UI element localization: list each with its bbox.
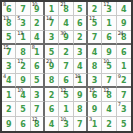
- cell-r3c2[interactable]: 131: [16, 31, 30, 45]
- cell-r2c9[interactable]: 9: [117, 16, 131, 30]
- cell-r3c1[interactable]: 5: [2, 31, 16, 45]
- cell-value: 6: [77, 18, 83, 28]
- cell-value: 4: [34, 32, 40, 42]
- cage-sum: 10: [103, 59, 108, 64]
- cell-r3c3[interactable]: 4: [31, 31, 45, 45]
- cell-value: 8: [49, 75, 55, 85]
- cage-sum: 23: [46, 59, 51, 64]
- cell-value: 3: [20, 18, 26, 28]
- cell-value: 5: [77, 4, 83, 14]
- cell-value: 6: [63, 75, 69, 85]
- cell-r5c4[interactable]: 239: [45, 59, 59, 73]
- cell-value: 6: [34, 61, 40, 71]
- cell-r8c1[interactable]: 2: [2, 102, 16, 116]
- cage-sum: 17: [17, 59, 22, 64]
- cell-r5c5[interactable]: 7: [59, 59, 73, 73]
- cell-r2c6[interactable]: 6: [74, 16, 88, 30]
- cell-value: 4: [6, 75, 12, 85]
- cage-sum: 15: [89, 88, 94, 93]
- cell-value: 9: [92, 104, 98, 114]
- cell-value: 4: [106, 104, 112, 114]
- cell-r2c5[interactable]: 4: [59, 16, 73, 30]
- cell-r7c2[interactable]: 104: [16, 88, 30, 102]
- cell-r7c1[interactable]: 1: [2, 88, 16, 102]
- cell-r9c3[interactable]: 128: [31, 117, 45, 131]
- cell-value: 9: [20, 75, 26, 85]
- cell-value: 2: [49, 90, 55, 100]
- cage-sum: 17: [103, 2, 108, 7]
- cell-r6c1[interactable]: 44: [2, 74, 16, 88]
- cell-r6c7[interactable]: 3: [88, 74, 102, 88]
- cell-value: 2: [92, 4, 98, 14]
- cell-r8c7[interactable]: 9: [88, 102, 102, 116]
- cell-r6c2[interactable]: 9: [16, 74, 30, 88]
- cell-r9c5[interactable]: 103: [59, 117, 73, 131]
- cell-r2c8[interactable]: 1: [102, 16, 116, 30]
- cell-r7c7[interactable]: 156: [88, 88, 102, 102]
- cell-r8c8[interactable]: 4: [102, 102, 116, 116]
- cell-value: 1: [63, 104, 69, 114]
- cell-value: 6: [6, 4, 12, 14]
- cell-r5c7[interactable]: 8: [88, 59, 102, 73]
- cell-value: 3: [92, 75, 98, 85]
- cell-value: 9: [77, 90, 83, 100]
- cell-r5c2[interactable]: 172: [16, 59, 30, 73]
- cell-r6c5[interactable]: 6: [59, 74, 73, 88]
- cell-r7c5[interactable]: 125: [59, 88, 73, 102]
- cell-value: 2: [6, 104, 12, 114]
- cell-r6c8[interactable]: 7: [102, 74, 116, 88]
- cell-r4c7[interactable]: 4: [88, 45, 102, 59]
- cell-r6c9[interactable]: 92: [117, 74, 131, 88]
- killer-sudoku-board: 8671091218521734138532147461751951314330…: [0, 0, 133, 133]
- cell-r8c5[interactable]: 1: [59, 102, 73, 116]
- cell-r5c6[interactable]: 4: [74, 59, 88, 73]
- cell-r2c3[interactable]: 2: [31, 16, 45, 30]
- cage-sum: 7: [118, 102, 121, 107]
- cage-sum: 10: [75, 74, 80, 79]
- cell-value: 7: [77, 119, 83, 129]
- cell-value: 7: [34, 104, 40, 114]
- cell-value: 3: [77, 47, 83, 57]
- cage-sum: 4: [3, 74, 6, 79]
- cell-r9c9[interactable]: 5: [117, 117, 131, 131]
- cell-r3c4[interactable]: 3: [45, 31, 59, 45]
- cell-r4c8[interactable]: 9: [102, 45, 116, 59]
- cell-value: 8: [20, 47, 26, 57]
- cell-value: 3: [34, 90, 40, 100]
- cage-sum: 12: [32, 117, 37, 122]
- cell-r9c4[interactable]: 4: [45, 117, 59, 131]
- cage-sum: 24: [118, 31, 123, 36]
- cell-r8c2[interactable]: 5: [16, 102, 30, 116]
- cage-sum: 17: [89, 16, 94, 21]
- cell-r7c3[interactable]: 3: [31, 88, 45, 102]
- cell-value: 3: [121, 104, 127, 114]
- cell-r1c1[interactable]: 86: [2, 2, 16, 16]
- cell-r4c5[interactable]: 2: [59, 45, 73, 59]
- cell-r4c6[interactable]: 3: [74, 45, 88, 59]
- cell-r8c6[interactable]: 8: [74, 102, 88, 116]
- cell-r9c8[interactable]: 2: [102, 117, 116, 131]
- cell-r5c8[interactable]: 105: [102, 59, 116, 73]
- cell-value: 9: [6, 119, 12, 129]
- cell-value: 2: [34, 18, 40, 28]
- cell-r3c5[interactable]: 309: [59, 31, 73, 45]
- cell-r9c2[interactable]: 6: [16, 117, 30, 131]
- cell-value: 5: [121, 119, 127, 129]
- cell-value: 6: [49, 104, 55, 114]
- cell-r4c9[interactable]: 6: [117, 45, 131, 59]
- cage-sum: 8: [3, 2, 6, 7]
- cell-value: 9: [106, 47, 112, 57]
- cell-value: 7: [63, 61, 69, 71]
- cage-sum: 5: [17, 16, 20, 21]
- cell-value: 1: [106, 18, 112, 28]
- cell-r6c3[interactable]: 5: [31, 74, 45, 88]
- cell-value: 7: [20, 4, 26, 14]
- cage-sum: 30: [60, 31, 65, 36]
- cage-sum: 3: [89, 117, 92, 122]
- cell-r2c7[interactable]: 175: [88, 16, 102, 30]
- cell-r2c2[interactable]: 53: [16, 16, 30, 30]
- cell-r5c9[interactable]: 1: [117, 59, 131, 73]
- cell-r1c6[interactable]: 5: [74, 2, 88, 16]
- cell-value: 1: [6, 90, 12, 100]
- cell-r9c7[interactable]: 31: [88, 117, 102, 131]
- cell-value: 6: [20, 119, 26, 129]
- cell-value: 8: [92, 61, 98, 71]
- cage-sum: 10: [60, 117, 65, 122]
- cell-r4c1[interactable]: 157: [2, 45, 16, 59]
- cell-value: 4: [49, 119, 55, 129]
- cell-r3c6[interactable]: 2: [74, 31, 88, 45]
- cell-value: 1: [49, 4, 55, 14]
- cell-r6c4[interactable]: 8: [45, 74, 59, 88]
- cell-value: 2: [63, 47, 69, 57]
- cage-sum: 15: [3, 45, 8, 50]
- cell-value: 5: [20, 104, 26, 114]
- cell-r6c6[interactable]: 101: [74, 74, 88, 88]
- cage-sum: 10: [32, 2, 37, 7]
- cell-value: 3: [49, 32, 55, 42]
- cell-r2c4[interactable]: 147: [45, 16, 59, 30]
- cell-r1c3[interactable]: 109: [31, 2, 45, 16]
- cage-sum: 8: [32, 45, 35, 50]
- cell-r5c1[interactable]: 3: [2, 59, 16, 73]
- cell-r3c7[interactable]: 7: [88, 31, 102, 45]
- cell-r8c9[interactable]: 73: [117, 102, 131, 116]
- cell-value: 4: [121, 4, 127, 14]
- cell-value: 7: [92, 32, 98, 42]
- cell-value: 2: [121, 75, 127, 85]
- cell-value: 4: [63, 18, 69, 28]
- cell-r1c5[interactable]: 218: [59, 2, 73, 16]
- cell-r3c9[interactable]: 248: [117, 31, 131, 45]
- cell-value: 6: [121, 47, 127, 57]
- cell-r3c8[interactable]: 6: [102, 31, 116, 45]
- cell-value: 6: [106, 32, 112, 42]
- cell-r7c4[interactable]: 2: [45, 88, 59, 102]
- cell-r1c4[interactable]: 1: [45, 2, 59, 16]
- cage-sum: 13: [17, 31, 22, 36]
- cell-r7c9[interactable]: 7: [117, 88, 131, 102]
- cell-value: 5: [6, 32, 12, 42]
- cell-value: 9: [121, 18, 127, 28]
- cell-value: 4: [77, 61, 83, 71]
- cell-value: 8: [77, 104, 83, 114]
- cell-r4c3[interactable]: 81: [31, 45, 45, 59]
- cell-value: 1: [34, 47, 40, 57]
- cell-value: 1: [92, 119, 98, 129]
- cage-sum: 12: [60, 88, 65, 93]
- cell-value: 4: [92, 47, 98, 57]
- cage-sum: 13: [3, 16, 8, 21]
- cell-r9c1[interactable]: 9: [2, 117, 16, 131]
- cell-value: 7: [106, 75, 112, 85]
- cell-r1c7[interactable]: 2: [88, 2, 102, 16]
- cell-value: 1: [121, 61, 127, 71]
- cell-r4c2[interactable]: 8: [16, 45, 30, 59]
- cell-r5c3[interactable]: 6: [31, 59, 45, 73]
- cell-value: 2: [77, 32, 83, 42]
- cell-value: 7: [121, 90, 127, 100]
- cell-r8c3[interactable]: 7: [31, 102, 45, 116]
- cage-sum: 9: [118, 74, 121, 79]
- cell-r9c6[interactable]: 7: [74, 117, 88, 131]
- cage-sum: 10: [17, 88, 22, 93]
- cell-r1c9[interactable]: 4: [117, 2, 131, 16]
- cell-r4c4[interactable]: 5: [45, 45, 59, 59]
- cage-sum: 21: [60, 2, 65, 7]
- cell-value: 2: [106, 119, 112, 129]
- cell-r7c6[interactable]: 9: [74, 88, 88, 102]
- cage-sum: 14: [46, 16, 51, 21]
- cage-sum: 12: [103, 88, 108, 93]
- cell-r8c4[interactable]: 6: [45, 102, 59, 116]
- cell-r2c1[interactable]: 138: [2, 16, 16, 30]
- cell-value: 5: [49, 47, 55, 57]
- cell-r7c8[interactable]: 128: [102, 88, 116, 102]
- cell-r1c2[interactable]: 7: [16, 2, 30, 16]
- cell-value: 3: [6, 61, 12, 71]
- cell-value: 5: [34, 75, 40, 85]
- cell-r1c8[interactable]: 173: [102, 2, 116, 16]
